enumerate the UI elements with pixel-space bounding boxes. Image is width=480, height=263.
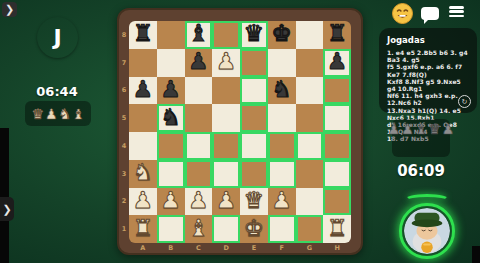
file-label-a: A <box>129 244 157 256</box>
opponent-captured-tray: ♛♟♞♝ <box>25 101 91 126</box>
piece-black-king: ♚ <box>271 22 292 45</box>
square-g4[interactable] <box>296 132 324 160</box>
piece-white-knight: ♞ <box>133 161 154 184</box>
square-a8[interactable]: ♜ <box>129 21 157 49</box>
square-b1[interactable] <box>157 215 185 243</box>
square-f6[interactable]: ♞ <box>268 77 296 105</box>
piece-white-pawn: ♟ <box>216 50 237 73</box>
file-label-e: E <box>240 244 268 256</box>
chess-board: 87654321 ♜♝♛♚♜♟♟♟♟♟♞♞♞♟♟♟♟♛♟♜♝♚♜ ABCDEFG… <box>117 8 363 255</box>
piece-white-rook: ♜ <box>133 217 154 240</box>
square-h1[interactable]: ♜ <box>323 215 351 243</box>
square-f3[interactable] <box>268 160 296 188</box>
captured-piece-bishop: ♝ <box>415 122 428 136</box>
chevron-right-icon: ❯ <box>2 203 11 216</box>
square-a6[interactable]: ♟ <box>129 77 157 105</box>
file-label-g: G <box>296 244 324 256</box>
moves-action-button[interactable]: ↻ <box>458 95 471 108</box>
square-h4[interactable] <box>323 132 351 160</box>
square-a5[interactable] <box>129 104 157 132</box>
rank-label-4: 4 <box>119 132 129 160</box>
square-e6[interactable] <box>240 77 268 105</box>
square-h8[interactable]: ♜ <box>323 21 351 49</box>
captured-piece-pawn: ♟ <box>401 122 414 136</box>
square-g6[interactable] <box>296 77 324 105</box>
piece-black-pawn: ♟ <box>160 78 181 101</box>
square-c6[interactable] <box>185 77 213 105</box>
hamburger-icon <box>449 6 464 17</box>
piece-white-pawn: ♟ <box>133 189 154 212</box>
square-f8[interactable]: ♚ <box>268 21 296 49</box>
drawer-handle-button[interactable]: ❯ <box>0 197 14 221</box>
square-b3[interactable] <box>157 160 185 188</box>
piece-white-queen: ♛ <box>244 189 265 212</box>
square-b7[interactable] <box>157 49 185 77</box>
refresh-icon: ↻ <box>462 98 468 106</box>
square-e4[interactable] <box>240 132 268 160</box>
opponent-clock: 06:44 <box>17 84 97 99</box>
square-g3[interactable] <box>296 160 324 188</box>
piece-black-pawn: ♟ <box>133 78 154 101</box>
piece-black-pawn: ♟ <box>188 50 209 73</box>
piece-white-bishop: ♝ <box>188 217 209 240</box>
captured-piece-pawn: ♟ <box>442 122 455 136</box>
player-clock: 06:09 <box>386 162 456 180</box>
square-a7[interactable] <box>129 49 157 77</box>
square-b8[interactable] <box>157 21 185 49</box>
opponent-avatar[interactable]: J <box>37 17 78 58</box>
bottom-right-strip <box>472 246 480 263</box>
square-e5[interactable] <box>240 104 268 132</box>
square-a1[interactable]: ♜ <box>129 215 157 243</box>
captured-piece-bishop: ♝ <box>72 107 85 121</box>
file-labels: ABCDEFGH <box>129 244 351 256</box>
square-d1[interactable] <box>212 215 240 243</box>
piece-white-pawn: ♟ <box>160 189 181 212</box>
square-e1[interactable]: ♚ <box>240 215 268 243</box>
piece-black-queen: ♛ <box>244 22 265 45</box>
piece-white-king: ♚ <box>244 217 265 240</box>
square-d5[interactable] <box>212 104 240 132</box>
square-g7[interactable] <box>296 49 324 77</box>
square-g5[interactable] <box>296 104 324 132</box>
square-f1[interactable] <box>268 215 296 243</box>
player-captured-tray: ♟♟♝♛♟ <box>392 119 450 157</box>
file-label-h: H <box>323 244 351 256</box>
moves-line: 1. e4 e5 2.Bb5 b6 3. g4 Ba3 4. g5 <box>387 49 469 63</box>
moves-line: f5 5.gxf6 e.p. a6 6. f7 Ke7 7.f8(Q) <box>387 63 469 77</box>
square-d7[interactable]: ♟ <box>212 49 240 77</box>
file-label-d: D <box>212 244 240 256</box>
square-d4[interactable] <box>212 132 240 160</box>
piece-black-knight: ♞ <box>271 78 292 101</box>
captured-piece-queen: ♛ <box>31 107 44 121</box>
rank-label-1: 1 <box>119 215 129 243</box>
square-h6[interactable] <box>323 77 351 105</box>
square-d2[interactable]: ♟ <box>212 188 240 216</box>
piece-black-rook: ♜ <box>327 22 348 45</box>
speech-bubble-icon <box>421 7 439 20</box>
piece-black-rook: ♜ <box>133 22 154 45</box>
square-f5[interactable] <box>268 104 296 132</box>
square-e3[interactable] <box>240 160 268 188</box>
piece-white-pawn: ♟ <box>216 189 237 212</box>
piece-black-bishop: ♝ <box>188 22 209 45</box>
opponent-initial: J <box>53 25 61 50</box>
square-h5[interactable] <box>323 104 351 132</box>
square-c7[interactable]: ♟ <box>185 49 213 77</box>
square-c8[interactable]: ♝ <box>185 21 213 49</box>
square-h3[interactable] <box>323 160 351 188</box>
chat-button[interactable] <box>420 4 440 22</box>
rank-label-6: 6 <box>119 77 129 105</box>
rank-label-3: 3 <box>119 160 129 188</box>
square-d8[interactable] <box>212 21 240 49</box>
rank-label-8: 8 <box>119 21 129 49</box>
square-c3[interactable] <box>185 160 213 188</box>
square-a2[interactable]: ♟ <box>129 188 157 216</box>
square-h7[interactable]: ♟ <box>323 49 351 77</box>
moves-panel: Jogadas 1. e4 e5 2.Bb5 b6 3. g4 Ba3 4. g… <box>379 28 477 113</box>
square-f7[interactable] <box>268 49 296 77</box>
file-label-b: B <box>157 244 185 256</box>
square-g8[interactable] <box>296 21 324 49</box>
moves-line: Nf6 11. h4 gxh3 e.p. 12.Nc6 h2 <box>387 92 469 106</box>
square-b4[interactable] <box>157 132 185 160</box>
piece-white-pawn: ♟ <box>271 189 292 212</box>
captured-piece-pawn: ♟ <box>45 107 58 121</box>
square-e7[interactable] <box>240 49 268 77</box>
rank-label-7: 7 <box>119 49 129 77</box>
player-avatar-image <box>404 208 450 254</box>
square-b5[interactable]: ♞ <box>157 104 185 132</box>
square-c4[interactable] <box>185 132 213 160</box>
square-b6[interactable]: ♟ <box>157 77 185 105</box>
piece-black-knight: ♞ <box>160 106 181 129</box>
captured-piece-pawn: ♟ <box>388 122 401 136</box>
piece-black-pawn: ♟ <box>327 50 348 73</box>
square-c2[interactable]: ♟ <box>185 188 213 216</box>
square-g1[interactable] <box>296 215 324 243</box>
board-grid[interactable]: ♜♝♛♚♜♟♟♟♟♟♞♞♞♟♟♟♟♛♟♜♝♚♜ <box>129 21 351 243</box>
square-e8[interactable]: ♛ <box>240 21 268 49</box>
square-a3[interactable]: ♞ <box>129 160 157 188</box>
moves-line: Kxf8 8.Nf3 g5 9.Nxe5 g4 10.Rg1 <box>387 78 469 92</box>
square-b2[interactable]: ♟ <box>157 188 185 216</box>
rank-label-2: 2 <box>119 188 129 216</box>
captured-piece-queen: ♛ <box>428 122 441 136</box>
square-e2[interactable]: ♛ <box>240 188 268 216</box>
square-a4[interactable] <box>129 132 157 160</box>
file-label-f: F <box>268 244 296 256</box>
captured-piece-knight: ♞ <box>59 107 72 121</box>
square-d3[interactable] <box>212 160 240 188</box>
back-chevron-button[interactable]: ❯ <box>2 2 17 17</box>
player-avatar[interactable] <box>399 203 455 259</box>
chevron-right-icon: ❯ <box>5 3 14 16</box>
menu-button[interactable] <box>448 5 464 18</box>
piece-white-rook: ♜ <box>327 217 348 240</box>
square-d6[interactable] <box>212 77 240 105</box>
smiley-icon <box>392 3 413 24</box>
square-c1[interactable]: ♝ <box>185 215 213 243</box>
square-h2[interactable] <box>323 188 351 216</box>
square-f2[interactable]: ♟ <box>268 188 296 216</box>
square-c5[interactable] <box>185 104 213 132</box>
moves-panel-title: Jogadas <box>387 35 469 45</box>
rank-labels: 87654321 <box>119 21 129 243</box>
left-edge-strip <box>0 128 9 263</box>
emoji-button[interactable] <box>391 2 413 24</box>
piece-white-pawn: ♟ <box>188 189 209 212</box>
file-label-c: C <box>185 244 213 256</box>
rank-label-5: 5 <box>119 104 129 132</box>
square-f4[interactable] <box>268 132 296 160</box>
square-g2[interactable] <box>296 188 324 216</box>
